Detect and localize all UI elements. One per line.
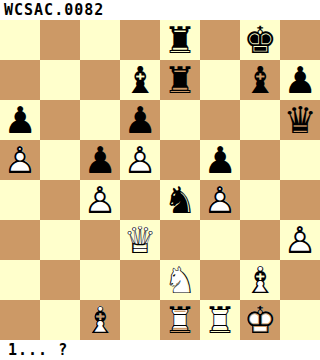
square-c2[interactable] [80, 260, 120, 300]
status-bar: 1... ? [0, 340, 320, 360]
square-f3[interactable] [200, 220, 240, 260]
black-bishop-piece: ♝ [240, 60, 280, 100]
square-c8[interactable] [80, 20, 120, 60]
white-pawn-piece: ♟♙ [120, 140, 160, 180]
chess-board: ♜♚♝♜♝♟♟♟♛♟♙♟♟♙♟♟♙♞♟♙♛♕♟♙♞♘♝♗♝♗♜♖♜♖♚♔ [0, 20, 320, 340]
square-d7[interactable]: ♝ [120, 60, 160, 100]
square-f8[interactable] [200, 20, 240, 60]
black-rook-piece: ♜ [160, 20, 200, 60]
white-rook-piece: ♜♖ [200, 300, 240, 340]
black-pawn-piece: ♟ [200, 140, 240, 180]
square-d2[interactable] [120, 260, 160, 300]
square-b3[interactable] [40, 220, 80, 260]
black-pawn-piece: ♟ [80, 140, 120, 180]
square-b5[interactable] [40, 140, 80, 180]
piece-outline-glyph: ♔ [240, 300, 280, 340]
black-queen-piece: ♛ [280, 100, 320, 140]
square-a1[interactable] [0, 300, 40, 340]
piece-outline-glyph: ♖ [160, 300, 200, 340]
square-f5[interactable]: ♟ [200, 140, 240, 180]
piece-outline-glyph: ♗ [240, 260, 280, 300]
black-knight-piece: ♞ [160, 180, 200, 220]
move-prompt: 1... ? [8, 341, 68, 359]
black-rook-piece: ♜ [160, 60, 200, 100]
square-e5[interactable] [160, 140, 200, 180]
square-f4[interactable]: ♟♙ [200, 180, 240, 220]
white-pawn-piece: ♟♙ [280, 220, 320, 260]
square-a4[interactable] [0, 180, 40, 220]
square-g1[interactable]: ♚♔ [240, 300, 280, 340]
square-d1[interactable] [120, 300, 160, 340]
square-e8[interactable]: ♜ [160, 20, 200, 60]
square-g6[interactable] [240, 100, 280, 140]
square-c1[interactable]: ♝♗ [80, 300, 120, 340]
chess-puzzle-window: WCSAC.0082 ♜♚♝♜♝♟♟♟♛♟♙♟♟♙♟♟♙♞♟♙♛♕♟♙♞♘♝♗♝… [0, 0, 320, 360]
square-h5[interactable] [280, 140, 320, 180]
square-a7[interactable] [0, 60, 40, 100]
square-h7[interactable]: ♟ [280, 60, 320, 100]
white-queen-piece: ♛♕ [120, 220, 160, 260]
square-e2[interactable]: ♞♘ [160, 260, 200, 300]
white-knight-piece: ♞♘ [160, 260, 200, 300]
square-f6[interactable] [200, 100, 240, 140]
square-c7[interactable] [80, 60, 120, 100]
square-b2[interactable] [40, 260, 80, 300]
square-h6[interactable]: ♛ [280, 100, 320, 140]
square-f1[interactable]: ♜♖ [200, 300, 240, 340]
square-g2[interactable]: ♝♗ [240, 260, 280, 300]
square-c3[interactable] [80, 220, 120, 260]
square-h8[interactable] [280, 20, 320, 60]
square-h2[interactable] [280, 260, 320, 300]
square-e6[interactable] [160, 100, 200, 140]
square-a2[interactable] [0, 260, 40, 300]
white-king-piece: ♚♔ [240, 300, 280, 340]
square-g3[interactable] [240, 220, 280, 260]
title-bar: WCSAC.0082 [0, 0, 320, 20]
black-pawn-piece: ♟ [280, 60, 320, 100]
piece-outline-glyph: ♙ [280, 220, 320, 260]
white-bishop-piece: ♝♗ [240, 260, 280, 300]
square-d8[interactable] [120, 20, 160, 60]
square-b4[interactable] [40, 180, 80, 220]
square-f7[interactable] [200, 60, 240, 100]
square-c5[interactable]: ♟ [80, 140, 120, 180]
square-h4[interactable] [280, 180, 320, 220]
square-b8[interactable] [40, 20, 80, 60]
piece-outline-glyph: ♙ [80, 180, 120, 220]
square-d5[interactable]: ♟♙ [120, 140, 160, 180]
piece-outline-glyph: ♙ [0, 140, 40, 180]
square-e4[interactable]: ♞ [160, 180, 200, 220]
square-a6[interactable]: ♟ [0, 100, 40, 140]
square-f2[interactable] [200, 260, 240, 300]
piece-outline-glyph: ♙ [200, 180, 240, 220]
square-b1[interactable] [40, 300, 80, 340]
square-d3[interactable]: ♛♕ [120, 220, 160, 260]
piece-outline-glyph: ♘ [160, 260, 200, 300]
square-e3[interactable] [160, 220, 200, 260]
square-h3[interactable]: ♟♙ [280, 220, 320, 260]
square-a3[interactable] [0, 220, 40, 260]
square-e7[interactable]: ♜ [160, 60, 200, 100]
square-a8[interactable] [0, 20, 40, 60]
square-g4[interactable] [240, 180, 280, 220]
piece-outline-glyph: ♗ [80, 300, 120, 340]
piece-outline-glyph: ♖ [200, 300, 240, 340]
square-d4[interactable] [120, 180, 160, 220]
square-c4[interactable]: ♟♙ [80, 180, 120, 220]
puzzle-title: WCSAC.0082 [4, 1, 104, 19]
square-e1[interactable]: ♜♖ [160, 300, 200, 340]
white-pawn-piece: ♟♙ [80, 180, 120, 220]
square-h1[interactable] [280, 300, 320, 340]
square-b6[interactable] [40, 100, 80, 140]
white-pawn-piece: ♟♙ [0, 140, 40, 180]
square-g5[interactable] [240, 140, 280, 180]
white-rook-piece: ♜♖ [160, 300, 200, 340]
square-b7[interactable] [40, 60, 80, 100]
black-king-piece: ♚ [240, 20, 280, 60]
black-bishop-piece: ♝ [120, 60, 160, 100]
square-a5[interactable]: ♟♙ [0, 140, 40, 180]
piece-outline-glyph: ♕ [120, 220, 160, 260]
square-d6[interactable]: ♟ [120, 100, 160, 140]
black-pawn-piece: ♟ [120, 100, 160, 140]
white-pawn-piece: ♟♙ [200, 180, 240, 220]
square-c6[interactable] [80, 100, 120, 140]
square-g7[interactable]: ♝ [240, 60, 280, 100]
black-pawn-piece: ♟ [0, 100, 40, 140]
white-bishop-piece: ♝♗ [80, 300, 120, 340]
piece-outline-glyph: ♙ [120, 140, 160, 180]
square-g8[interactable]: ♚ [240, 20, 280, 60]
